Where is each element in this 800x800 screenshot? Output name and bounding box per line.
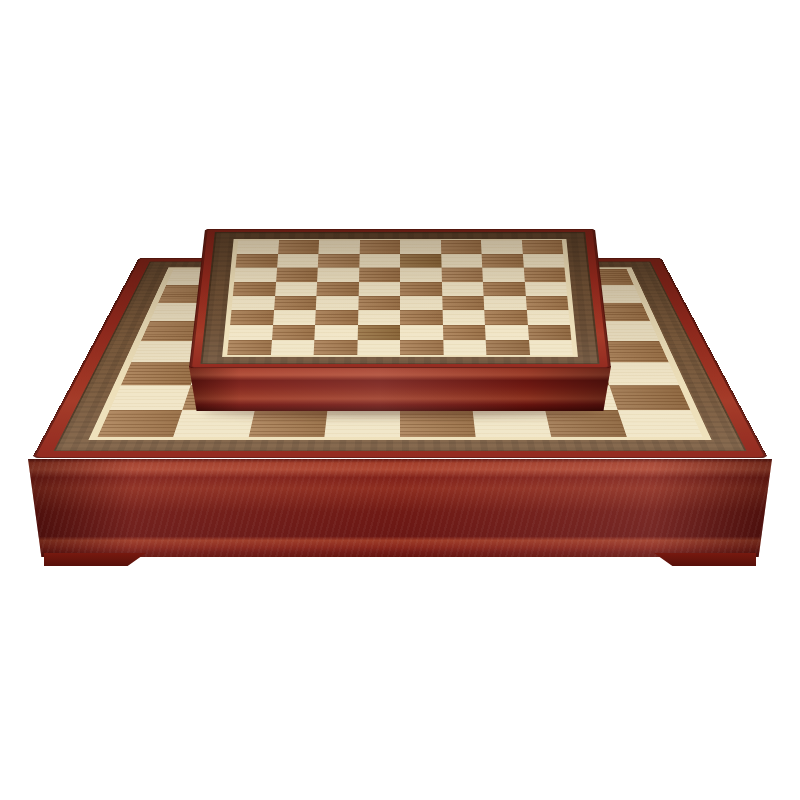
dark-square: [442, 325, 485, 340]
dark-square: [358, 296, 400, 310]
light-square: [229, 325, 273, 340]
dark-square: [483, 282, 525, 296]
light-square: [522, 254, 564, 268]
light-square: [275, 282, 317, 296]
dark-square: [523, 268, 565, 282]
dark-square: [357, 325, 400, 340]
light-square: [524, 282, 567, 296]
light-square: [234, 268, 276, 282]
dark-square: [400, 254, 441, 268]
large-board-right-foot: [654, 553, 756, 566]
light-square: [273, 310, 316, 325]
dark-square: [545, 410, 627, 437]
light-square: [277, 254, 319, 268]
dark-square: [227, 340, 271, 355]
light-square: [526, 310, 570, 325]
dark-square: [440, 240, 481, 254]
dark-square: [236, 254, 278, 268]
dark-square: [482, 254, 524, 268]
dark-square: [233, 282, 276, 296]
light-square: [358, 310, 400, 325]
dark-square: [525, 296, 568, 310]
light-square: [400, 296, 442, 310]
light-square: [441, 254, 482, 268]
dark-square: [278, 240, 319, 254]
light-square: [359, 254, 400, 268]
light-square: [316, 296, 358, 310]
light-square: [237, 240, 279, 254]
large-board-left-foot: [44, 553, 146, 566]
light-square: [400, 268, 441, 282]
dark-square: [527, 325, 571, 340]
light-square: [528, 340, 572, 355]
dark-square: [276, 268, 318, 282]
dark-square: [315, 310, 358, 325]
dark-square: [359, 240, 400, 254]
light-square: [358, 282, 400, 296]
small-chess-board-top: [189, 229, 611, 368]
light-square: [481, 240, 522, 254]
dark-square: [521, 240, 563, 254]
light-square: [318, 240, 359, 254]
light-square: [442, 310, 485, 325]
dark-square: [272, 325, 316, 340]
dark-square: [442, 296, 484, 310]
dark-square: [400, 282, 442, 296]
dark-square: [121, 362, 199, 385]
dark-square: [274, 296, 317, 310]
light-square: [441, 282, 483, 296]
dark-square: [97, 410, 182, 437]
light-square: [484, 296, 527, 310]
dark-square: [316, 282, 358, 296]
dark-square: [484, 310, 527, 325]
light-square: [400, 325, 443, 340]
dark-square: [609, 385, 690, 410]
light-square: [357, 340, 400, 355]
light-square: [314, 325, 357, 340]
dark-square: [314, 340, 358, 355]
light-square: [482, 268, 524, 282]
light-square: [270, 340, 314, 355]
small-board-side: [189, 366, 611, 411]
small-board-red-frame: [189, 229, 611, 368]
light-square: [443, 340, 487, 355]
light-square: [173, 410, 255, 437]
dark-square: [230, 310, 274, 325]
light-square: [400, 240, 441, 254]
small-board-maple-strip: [222, 239, 578, 357]
small-board-walnut-border: [200, 232, 599, 364]
dark-square: [318, 254, 359, 268]
dark-square: [400, 310, 442, 325]
large-board-base: [28, 459, 772, 557]
light-square: [485, 325, 529, 340]
light-square: [317, 268, 359, 282]
light-square: [231, 296, 274, 310]
small-board-grid: [227, 240, 573, 355]
dark-square: [486, 340, 530, 355]
product-photo: [0, 0, 800, 800]
dark-square: [441, 268, 483, 282]
dark-square: [359, 268, 400, 282]
dark-square: [400, 340, 443, 355]
light-square: [110, 385, 191, 410]
light-square: [618, 410, 703, 437]
light-square: [602, 362, 680, 385]
